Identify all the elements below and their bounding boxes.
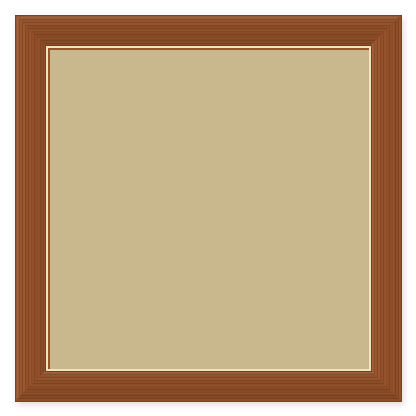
chess-board — [15, 15, 402, 402]
board-squares-grid — [50, 50, 369, 369]
frame-right — [371, 16, 401, 401]
board-inlay-pinstripe — [46, 46, 371, 371]
frame-bottom — [16, 371, 401, 401]
photo-background — [0, 0, 416, 416]
frame-left — [16, 16, 46, 401]
frame-top — [16, 16, 401, 46]
